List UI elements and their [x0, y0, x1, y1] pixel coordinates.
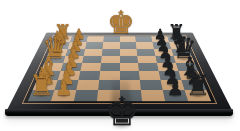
chess-set-photo: ♜♟♟♜♞♟♟♞♝♟♟♝♛♟♟♛♟♟♝♟♟♝♞♟♟♞♜♟♟♜♚♚: [0, 0, 240, 131]
white-pawn: ♟: [55, 79, 73, 99]
black-pawn: ♟: [167, 79, 185, 99]
pieces-layer: ♜♟♟♜♞♟♟♞♝♟♟♝♛♟♟♛♟♟♝♟♟♝♞♟♟♞♜♟♟♜♚♚: [0, 0, 240, 131]
black-king-displayed: ♚: [105, 92, 140, 131]
white-king-displayed: ♚: [107, 7, 135, 38]
black-rook: ♜: [185, 71, 210, 99]
white-rook: ♜: [29, 71, 54, 99]
